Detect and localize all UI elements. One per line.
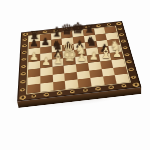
frame-medallion <box>132 82 140 87</box>
chess-set-photo: ♜♝♛♚♜♟♟♞♟♟♞♟♟♛♞♟♞♟♝♚♟♟♝♟ <box>0 0 150 150</box>
board-top-surface: ♜♝♛♚♜♟♟♞♟♟♞♟♟♛♞♟♞♟♝♚♟♟♝♟ <box>17 21 141 102</box>
board-grid: ♜♝♛♚♜♟♟♞♟♟♞♟♟♛♞♟♞♟♝♚♟♟♝♟ <box>27 26 129 93</box>
square-c1[interactable] <box>53 81 66 91</box>
frame-medallion <box>128 68 134 72</box>
square-e1[interactable] <box>78 78 92 88</box>
frame-medallion <box>19 95 26 100</box>
white-king[interactable]: ♚ <box>58 48 82 64</box>
frame-medallion <box>20 88 25 92</box>
frame-medallion <box>121 84 127 88</box>
white-bishop[interactable]: ♝ <box>94 46 118 60</box>
square-a1[interactable] <box>27 84 40 94</box>
square-d1[interactable] <box>65 80 78 90</box>
frame-medallion <box>20 80 25 84</box>
frame-medallion <box>21 72 26 76</box>
frame-medallion <box>44 93 49 97</box>
frame-medallion <box>119 33 124 36</box>
frame-medallion <box>57 91 62 95</box>
chess-board: ♜♝♛♚♜♟♟♞♟♟♞♟♟♛♞♟♞♟♝♚♟♟♝♟ <box>17 21 141 102</box>
frame-medallion <box>126 60 132 63</box>
frame-medallion <box>117 27 122 30</box>
square-b1[interactable] <box>40 82 53 92</box>
frame-medallion <box>131 75 137 79</box>
frame-medallion <box>95 87 101 91</box>
frame-medallion <box>108 85 114 89</box>
frame-medallion <box>107 23 112 26</box>
square-h1[interactable] <box>115 74 130 84</box>
frame-medallion <box>70 90 75 94</box>
frame-medallion <box>83 88 88 92</box>
frame-medallion <box>21 65 26 68</box>
frame-medallion <box>31 94 36 98</box>
frame-medallion <box>115 22 121 26</box>
